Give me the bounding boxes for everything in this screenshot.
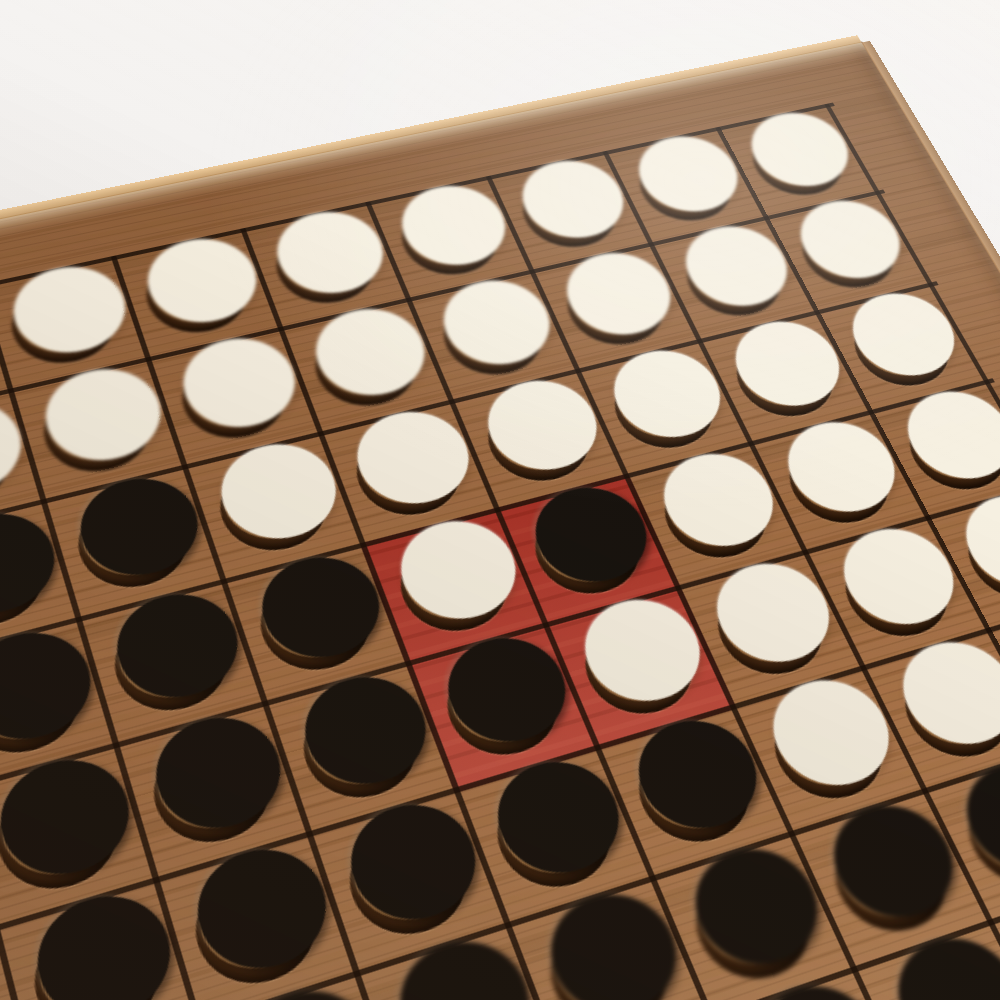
cell-f8[interactable]: ●: [854, 922, 1000, 1000]
disc-black: ●: [20, 868, 181, 1000]
disc-black: ●: [871, 910, 1000, 1000]
othello-board: ●●●●●●●●●●●●●●●●●●●●●●●●●●●●●●●●●●●●●●●●…: [0, 42, 1000, 1000]
cells: ●●●●●●●●●●●●●●●●●●●●●●●●●●●●●●●●●●●●●●●●…: [0, 43, 1000, 1000]
photo-background: ●●●●●●●●●●●●●●●●●●●●●●●●●●●●●●●●●●●●●●●●…: [0, 0, 1000, 1000]
